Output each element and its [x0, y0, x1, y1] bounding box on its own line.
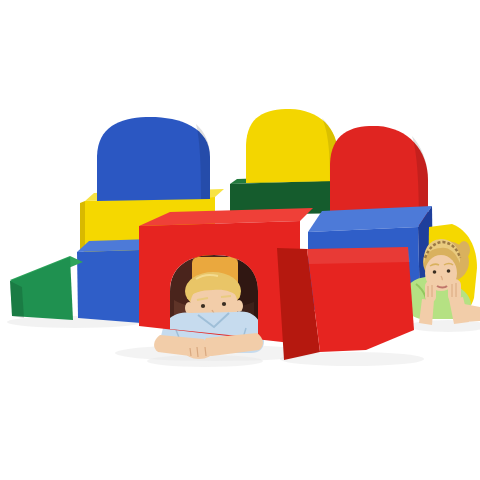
- shadow-girl: [408, 320, 480, 332]
- girl-arm-extended: [459, 303, 480, 322]
- red-ramp-highlight: [307, 247, 410, 264]
- green-wedge-ramp: [10, 256, 83, 320]
- yellow-arch-dome: [246, 109, 338, 183]
- boy-eye-left: [201, 304, 205, 308]
- yellow-cube-left-side: [80, 201, 85, 252]
- girl-hand-left: [425, 281, 436, 302]
- blue-arch-dome: [97, 117, 210, 201]
- blue-cube-left-front: [77, 250, 141, 323]
- girl-hair-wisp: [458, 241, 470, 259]
- boy-eye-right: [222, 302, 226, 306]
- girl-eye-right: [447, 269, 451, 273]
- yellow-arch-block: [246, 109, 338, 183]
- girl-eye-left: [433, 270, 437, 274]
- product-photo-canvas: [0, 0, 480, 480]
- red-wedge-ramp: [277, 247, 414, 360]
- boy-hands: [185, 343, 213, 359]
- scene-illustration: [0, 0, 480, 480]
- blue-arch-block: [97, 117, 210, 201]
